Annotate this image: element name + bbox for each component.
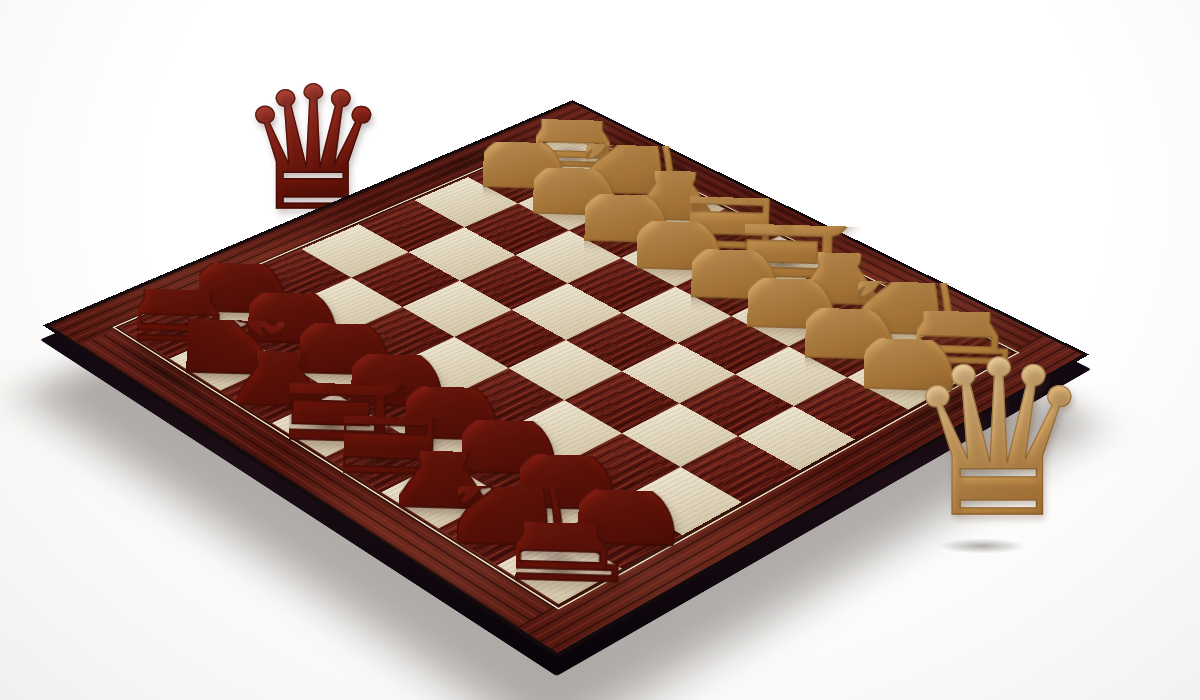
square-r0c0[interactable]: ♜ bbox=[521, 132, 622, 180]
piece-boxwood-knight[interactable]: ♞ bbox=[584, 144, 658, 218]
square-r0c2[interactable]: ♝ bbox=[622, 183, 726, 234]
square-r2c3[interactable] bbox=[568, 258, 676, 313]
extra-boxwood-queen-glyph: ♛ bbox=[902, 332, 1095, 547]
boxwood-pawn-glyph: ♟ bbox=[605, 138, 747, 295]
piece-boxwood-pawn[interactable]: ♟ bbox=[690, 249, 769, 328]
square-r1c1[interactable]: ♟ bbox=[518, 180, 622, 230]
boxwood-bishop-glyph: ♝ bbox=[591, 64, 759, 250]
piece-boxwood-bishop[interactable]: ♝ bbox=[636, 170, 711, 245]
extra-boxwood-queen[interactable]: ♛ bbox=[902, 332, 1062, 547]
piece-boxwood-pawn[interactable]: ♟ bbox=[583, 193, 659, 269]
piece-boxwood-pawn[interactable]: ♟ bbox=[636, 221, 713, 298]
square-r1c2[interactable]: ♟ bbox=[569, 206, 674, 258]
square-r1c0[interactable]: ♟ bbox=[468, 154, 570, 203]
boxwood-pawn-glyph: ♟ bbox=[453, 62, 589, 213]
piece-boxwood-pawn[interactable]: ♟ bbox=[482, 141, 556, 215]
boxwood-rook-glyph: ♜ bbox=[495, 23, 650, 195]
square-r0c1[interactable]: ♞ bbox=[570, 157, 672, 206]
piece-boxwood-queen[interactable]: ♛ bbox=[689, 196, 765, 272]
piece-boxwood-pawn[interactable]: ♟ bbox=[532, 167, 607, 242]
square-r0c3[interactable]: ♛ bbox=[674, 209, 779, 261]
boxwood-knight-glyph: ♞ bbox=[538, 36, 708, 224]
boxwood-pawn-glyph: ♟ bbox=[502, 87, 640, 240]
square-r2c1[interactable] bbox=[464, 203, 569, 255]
piece-boxwood-rook[interactable]: ♜ bbox=[534, 119, 607, 192]
square-r2c2[interactable] bbox=[515, 230, 622, 283]
boxwood-pawn-glyph: ♟ bbox=[553, 112, 693, 267]
studio-backdrop: ♛ ♜♞♝♛♚♝♞♜♟♟♟♟♟♟♟♟♟♟♟♟♟♟♟♟♜♞♝♚♛♝♞♜ ♛ bbox=[0, 0, 1200, 700]
square-r1c4[interactable]: ♟ bbox=[676, 261, 784, 316]
square-r1c3[interactable]: ♟ bbox=[622, 233, 729, 286]
square-r2c4[interactable] bbox=[622, 287, 732, 344]
